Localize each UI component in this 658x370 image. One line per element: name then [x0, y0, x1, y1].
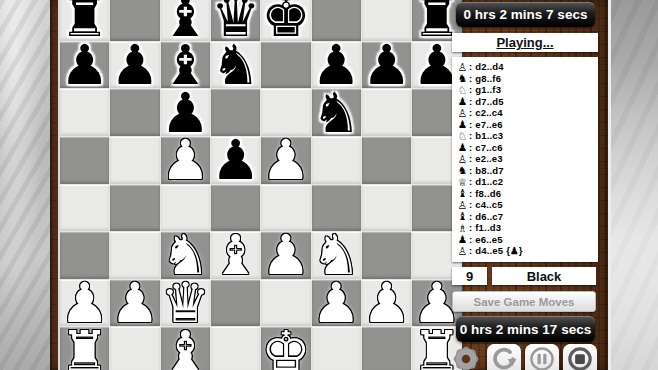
- move-text: : c4..c5: [469, 199, 503, 210]
- move-list-item[interactable]: ♝: d6..c7: [457, 211, 598, 223]
- black-knight[interactable]: ♞: [312, 90, 361, 136]
- white-pawn[interactable]: ♟: [110, 280, 159, 326]
- white-pawn[interactable]: ♟: [261, 137, 310, 183]
- move-text: : d2..d4: [469, 61, 504, 72]
- white-timer: 0 hrs 2 mins 7 secs: [456, 2, 595, 27]
- square-e7[interactable]: [261, 42, 310, 89]
- square-g2[interactable]: ♟: [362, 280, 411, 327]
- move-list-item[interactable]: ♟: e6..e5: [457, 234, 598, 246]
- black-pawn-icon: ♟: [457, 95, 468, 107]
- background-marble-left: [0, 0, 50, 370]
- frame-edge-highlight: [608, 0, 611, 370]
- square-b1[interactable]: [110, 327, 159, 370]
- white-king[interactable]: ♚: [261, 328, 310, 370]
- pause-icon: [529, 346, 555, 370]
- square-g4[interactable]: [362, 185, 411, 232]
- move-list-item[interactable]: ♙: c4..c5: [457, 199, 598, 211]
- move-text: : d4..e5 {♟}: [469, 245, 523, 256]
- square-a1[interactable]: ♜: [60, 327, 109, 370]
- move-list-item[interactable]: ♙: d2..d4: [457, 61, 598, 73]
- move-text: : d7..d5: [469, 96, 504, 107]
- move-list-item[interactable]: ♟: d7..d5: [457, 96, 598, 108]
- black-pawn-icon: ♟: [457, 141, 468, 153]
- square-g1[interactable]: [362, 327, 411, 370]
- black-king[interactable]: ♚: [261, 0, 310, 40]
- refresh-icon: [491, 346, 517, 370]
- move-list-item[interactable]: ♙: e2..e3: [457, 153, 598, 165]
- move-text: : d1..c2: [469, 176, 503, 187]
- move-text: : e6..e5: [469, 234, 503, 245]
- black-pawn[interactable]: ♟: [362, 42, 411, 88]
- stop-button[interactable]: [563, 344, 597, 370]
- square-g5[interactable]: [362, 137, 411, 184]
- black-knight-icon: ♞: [457, 72, 468, 84]
- white-knight-icon: ♘: [457, 84, 468, 96]
- black-pawn-icon: ♟: [457, 233, 468, 245]
- square-b5[interactable]: [110, 137, 159, 184]
- white-pawn-icon: ♙: [457, 199, 468, 211]
- white-pawn[interactable]: ♟: [261, 232, 310, 278]
- move-text: : g8..f6: [469, 73, 501, 84]
- white-pawn-icon: ♙: [457, 153, 468, 165]
- move-list[interactable]: ♙: d2..d4♞: g8..f6♘: g1..f3♟: d7..d5♙: c…: [452, 57, 598, 262]
- move-number: 9: [452, 267, 487, 285]
- move-text: : f1..d3: [469, 222, 501, 233]
- chess-board[interactable]: ♜♝♛♚♜♟♟♝♞♟♟♟♟♞♟♟♟♞♝♟♞♟♟♛♟♟♟♜♝♚♜: [60, 0, 456, 370]
- white-queen-icon: ♕: [457, 176, 468, 188]
- square-d5[interactable]: ♟: [211, 137, 260, 184]
- white-rook[interactable]: ♜: [60, 328, 109, 370]
- black-pawn[interactable]: ♟: [60, 42, 109, 88]
- square-a7[interactable]: ♟: [60, 42, 109, 89]
- square-e1[interactable]: ♚: [261, 327, 310, 370]
- settings-button[interactable]: [448, 343, 484, 370]
- move-text: : e7..e6: [469, 119, 503, 130]
- square-d2[interactable]: [211, 280, 260, 327]
- sidebar: 0 hrs 2 mins 7 secs Playing... ♙: d2..d4…: [452, 0, 598, 370]
- stop-icon: [567, 346, 593, 370]
- move-list-item[interactable]: ♙: c2..c4: [457, 107, 598, 119]
- square-g6[interactable]: [362, 89, 411, 136]
- square-a4[interactable]: [60, 185, 109, 232]
- save-game-moves-button[interactable]: Save Game Moves: [452, 291, 596, 312]
- white-pawn[interactable]: ♟: [312, 280, 361, 326]
- move-text: : b1..c3: [469, 130, 503, 141]
- move-list-item[interactable]: ♗: f1..d3: [457, 222, 598, 234]
- move-list-item[interactable]: ♙: d4..e5 {♟}: [457, 245, 598, 257]
- black-bishop-icon: ♝: [457, 210, 468, 222]
- turn-indicator: Black: [492, 267, 596, 285]
- black-timer: 0 hrs 2 mins 17 secs: [456, 316, 595, 342]
- square-b2[interactable]: ♟: [110, 280, 159, 327]
- black-bishop-icon: ♝: [457, 187, 468, 199]
- move-text: : e2..e3: [469, 153, 503, 164]
- black-knight[interactable]: ♞: [211, 42, 260, 88]
- move-list-item[interactable]: ♝: f8..d6: [457, 188, 598, 200]
- white-pawn[interactable]: ♟: [362, 280, 411, 326]
- square-d3[interactable]: ♝: [211, 232, 260, 279]
- move-text: : c2..c4: [469, 107, 503, 118]
- square-a6[interactable]: [60, 89, 109, 136]
- square-g7[interactable]: ♟: [362, 42, 411, 89]
- gear-icon: [449, 342, 483, 370]
- square-f6[interactable]: ♞: [312, 89, 361, 136]
- app-window: ♜♝♛♚♜♟♟♝♞♟♟♟♟♞♟♟♟♞♝♟♞♟♟♛♟♟♟♜♝♚♜ 0 hrs 2 …: [0, 0, 658, 370]
- square-c5[interactable]: ♟: [161, 137, 210, 184]
- move-list-item[interactable]: ♕: d1..c2: [457, 176, 598, 188]
- square-f2[interactable]: ♟: [312, 280, 361, 327]
- square-b7[interactable]: ♟: [110, 42, 159, 89]
- white-pawn-icon: ♙: [457, 245, 468, 257]
- move-list-item[interactable]: ♞: g8..f6: [457, 73, 598, 85]
- black-pawn[interactable]: ♟: [110, 42, 159, 88]
- square-f5[interactable]: [312, 137, 361, 184]
- square-d1[interactable]: [211, 327, 260, 370]
- white-bishop[interactable]: ♝: [161, 328, 210, 370]
- pause-button[interactable]: [525, 344, 559, 370]
- square-f1[interactable]: [312, 327, 361, 370]
- white-bishop[interactable]: ♝: [211, 232, 260, 278]
- move-list-item[interactable]: ♟: e7..e6: [457, 119, 598, 131]
- move-list-item[interactable]: ♟: c7..c6: [457, 142, 598, 154]
- white-pawn[interactable]: ♟: [161, 137, 210, 183]
- white-pawn-icon: ♙: [457, 61, 468, 73]
- white-bishop-icon: ♗: [457, 222, 468, 234]
- move-text: : f8..d6: [469, 188, 501, 199]
- white-pawn-icon: ♙: [457, 107, 468, 119]
- move-list-item[interactable]: ♞: b8..d7: [457, 165, 598, 177]
- square-b6[interactable]: [110, 89, 159, 136]
- black-knight-icon: ♞: [457, 164, 468, 176]
- refresh-button[interactable]: [487, 344, 521, 370]
- square-c1[interactable]: ♝: [161, 327, 210, 370]
- move-text: : c7..c6: [469, 142, 503, 153]
- black-pawn-icon: ♟: [457, 118, 468, 130]
- move-list-item[interactable]: ♘: g1..f3: [457, 84, 598, 96]
- move-list-item[interactable]: ♘: b1..c3: [457, 130, 598, 142]
- status-label: Playing...: [452, 33, 598, 52]
- move-text: : g1..f3: [469, 84, 501, 95]
- move-text: : d6..c7: [469, 211, 503, 222]
- white-knight-icon: ♘: [457, 130, 468, 142]
- square-e8[interactable]: ♚: [261, 0, 310, 41]
- square-e3[interactable]: ♟: [261, 232, 310, 279]
- square-e5[interactable]: ♟: [261, 137, 310, 184]
- square-b4[interactable]: [110, 185, 159, 232]
- black-pawn[interactable]: ♟: [211, 137, 260, 183]
- move-text: : b8..d7: [469, 165, 504, 176]
- square-a5[interactable]: [60, 137, 109, 184]
- square-d7[interactable]: ♞: [211, 42, 260, 89]
